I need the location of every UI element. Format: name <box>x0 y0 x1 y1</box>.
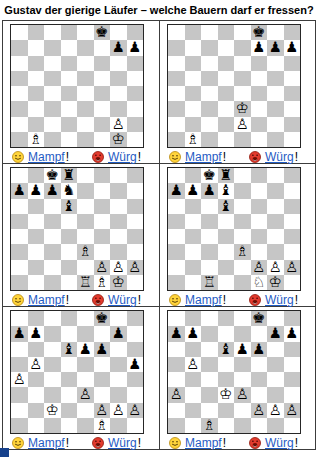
white-piece-b: ♗ <box>79 244 92 259</box>
mampf-label: Mampf <box>28 293 65 307</box>
square-e6 <box>77 199 94 214</box>
square-d1 <box>218 132 235 147</box>
square-a1 <box>168 275 185 290</box>
black-piece-p: ♟ <box>29 326 42 341</box>
square-e8 <box>77 311 94 326</box>
square-g8 <box>110 168 127 183</box>
white-piece-p: ♙ <box>29 356 42 371</box>
square-g6 <box>110 199 127 214</box>
square-c3 <box>201 387 218 402</box>
square-b7 <box>28 40 45 55</box>
square-a7: ♟ <box>168 326 185 341</box>
black-piece-k: ♚ <box>252 25 265 40</box>
square-h8 <box>284 168 301 183</box>
square-d6 <box>61 56 78 71</box>
square-d2 <box>61 260 78 275</box>
square-b3 <box>28 387 45 402</box>
square-d5 <box>218 71 235 86</box>
square-f7 <box>94 40 111 55</box>
wuerg-option[interactable]: Würg! <box>92 150 141 164</box>
black-piece-p: ♟ <box>252 40 265 55</box>
square-f6 <box>251 56 268 71</box>
square-d5 <box>61 214 78 229</box>
square-f6 <box>94 56 111 71</box>
square-f5 <box>251 214 268 229</box>
square-e1 <box>77 418 94 433</box>
square-f1: ♗ <box>94 418 111 433</box>
square-h1 <box>284 275 301 290</box>
square-c2 <box>44 117 61 132</box>
square-f3 <box>94 101 111 116</box>
square-e3: ♗ <box>234 244 251 259</box>
square-c5 <box>44 214 61 229</box>
white-piece-b: ♗ <box>186 131 199 146</box>
square-e1 <box>77 132 94 147</box>
square-c1 <box>201 132 218 147</box>
gag-face-icon <box>249 151 261 163</box>
wuerg-label: Würg <box>108 150 137 164</box>
square-e1: ♖ <box>77 275 94 290</box>
square-f2 <box>94 117 111 132</box>
square-b3 <box>185 101 202 116</box>
square-c5 <box>201 214 218 229</box>
square-d1 <box>61 132 78 147</box>
white-piece-r: ♖ <box>203 274 216 289</box>
square-h3 <box>284 101 301 116</box>
square-g6 <box>110 56 127 71</box>
square-a5 <box>11 71 28 86</box>
square-d6: ♝ <box>61 342 78 357</box>
square-e8 <box>234 168 251 183</box>
square-a1 <box>168 132 185 147</box>
square-c7: ♟ <box>201 183 218 198</box>
square-f5 <box>94 214 111 229</box>
square-h7 <box>127 326 144 341</box>
square-a5 <box>168 357 185 372</box>
square-d7 <box>218 40 235 55</box>
square-h8 <box>127 311 144 326</box>
square-f8: ♚ <box>94 311 111 326</box>
square-c6 <box>44 56 61 71</box>
wuerg-label: Würg <box>108 436 137 450</box>
square-h5: ♟ <box>127 357 144 372</box>
square-b7: ♟ <box>28 183 45 198</box>
square-d2 <box>61 403 78 418</box>
square-c4 <box>201 86 218 101</box>
square-b4 <box>185 229 202 244</box>
mampf-option[interactable]: Mampf! <box>169 436 226 450</box>
square-f6 <box>94 199 111 214</box>
square-h1 <box>127 275 144 290</box>
mampf-option[interactable]: Mampf! <box>12 293 69 307</box>
square-d5 <box>218 214 235 229</box>
square-e1 <box>234 418 251 433</box>
square-a3: ♙ <box>168 387 185 402</box>
square-a7 <box>11 40 28 55</box>
white-piece-p: ♙ <box>236 387 249 402</box>
square-c4 <box>44 229 61 244</box>
answer-row: Mampf! Würg! <box>160 292 315 307</box>
square-e6 <box>77 56 94 71</box>
puzzle-cell-3: ♚♜♟♟♟♞♝♗♙♙♙♖♗♔ Mampf! Würg! <box>3 164 160 307</box>
square-e5 <box>234 71 251 86</box>
square-b6 <box>28 199 45 214</box>
square-d2 <box>218 403 235 418</box>
square-c3 <box>44 101 61 116</box>
square-d3 <box>61 244 78 259</box>
square-a8 <box>11 25 28 40</box>
white-piece-p: ♙ <box>252 402 265 417</box>
square-e5 <box>77 357 94 372</box>
square-e8 <box>234 311 251 326</box>
square-e8 <box>77 25 94 40</box>
square-e6: ♟ <box>77 342 94 357</box>
square-f5 <box>251 357 268 372</box>
square-f1 <box>251 132 268 147</box>
square-f5 <box>94 357 111 372</box>
puzzle-cell-4: ♚♜♟♟♟♝♝♗♙♙♙♖♘♔ Mampf! Würg! <box>160 164 316 307</box>
square-d3 <box>218 244 235 259</box>
square-h1 <box>127 132 144 147</box>
square-b7: ♟ <box>185 326 202 341</box>
black-piece-r: ♜ <box>219 168 232 183</box>
square-e2 <box>234 403 251 418</box>
square-h1 <box>284 418 301 433</box>
white-piece-p: ♙ <box>236 116 249 131</box>
square-d7 <box>61 40 78 55</box>
square-a2 <box>168 117 185 132</box>
square-h7: ♟ <box>127 40 144 55</box>
smiley-face-icon <box>169 294 181 306</box>
square-h2: ♙ <box>284 403 301 418</box>
black-piece-b: ♝ <box>219 341 232 356</box>
square-b1 <box>28 275 45 290</box>
white-piece-r: ♖ <box>79 274 92 289</box>
square-e6: ♟ <box>234 342 251 357</box>
mampf-option[interactable]: Mampf! <box>12 150 69 164</box>
square-a6 <box>11 342 28 357</box>
square-d3 <box>61 387 78 402</box>
square-b4 <box>185 86 202 101</box>
square-c3 <box>201 101 218 116</box>
square-f7: ♟ <box>251 40 268 55</box>
black-piece-p: ♟ <box>186 326 199 341</box>
square-b8 <box>185 25 202 40</box>
square-a4 <box>11 229 28 244</box>
square-a3 <box>168 101 185 116</box>
mampf-option[interactable]: Mampf! <box>169 293 226 307</box>
square-a1 <box>168 418 185 433</box>
square-a2 <box>11 117 28 132</box>
black-piece-p: ♟ <box>112 326 125 341</box>
square-d3 <box>61 101 78 116</box>
square-e5 <box>234 357 251 372</box>
square-g4 <box>110 229 127 244</box>
square-b5 <box>185 71 202 86</box>
wuerg-option[interactable]: Würg! <box>249 150 298 164</box>
square-h5 <box>127 71 144 86</box>
square-a2 <box>168 260 185 275</box>
square-g6 <box>110 342 127 357</box>
white-piece-k: ♔ <box>219 387 232 402</box>
puzzle-table: ♚♟♟♙♗♔ Mampf! Würg! ♚♟♟♟♔♙♗ Mampf! <box>2 20 316 450</box>
square-a6 <box>11 56 28 71</box>
square-b3 <box>185 387 202 402</box>
smiley-face-icon <box>12 294 24 306</box>
mampf-option[interactable]: Mampf! <box>12 436 69 450</box>
square-h7: ♟ <box>284 326 301 341</box>
black-piece-k: ♚ <box>95 25 108 40</box>
black-piece-r: ♜ <box>62 168 75 183</box>
square-a3 <box>11 244 28 259</box>
square-a1 <box>11 132 28 147</box>
square-c1 <box>44 418 61 433</box>
square-c6 <box>201 342 218 357</box>
square-h4 <box>127 229 144 244</box>
square-d2 <box>218 117 235 132</box>
square-f6: ♟ <box>94 342 111 357</box>
square-b5 <box>185 214 202 229</box>
gag-face-icon <box>92 437 104 449</box>
square-g5 <box>110 71 127 86</box>
square-a7: ♟ <box>11 326 28 341</box>
square-h7 <box>284 183 301 198</box>
answer-row: Mampf! Würg! <box>160 435 315 450</box>
square-e5 <box>77 214 94 229</box>
square-d1 <box>61 275 78 290</box>
square-g4 <box>267 86 284 101</box>
square-h7: ♟ <box>284 40 301 55</box>
square-d6: ♝ <box>218 342 235 357</box>
square-h8 <box>127 168 144 183</box>
square-b5 <box>28 214 45 229</box>
square-c7: ♟ <box>44 183 61 198</box>
square-d4 <box>61 372 78 387</box>
black-piece-p: ♟ <box>186 183 199 198</box>
mampf-label: Mampf <box>185 436 222 450</box>
white-piece-b: ♗ <box>203 417 216 432</box>
black-piece-p: ♟ <box>236 341 249 356</box>
square-h2: ♙ <box>127 403 144 418</box>
square-f1: ♘ <box>251 275 268 290</box>
square-f8: ♚ <box>94 25 111 40</box>
black-piece-p: ♟ <box>13 326 26 341</box>
mampf-label: Mampf <box>28 436 65 450</box>
square-c7 <box>44 40 61 55</box>
square-c6 <box>201 56 218 71</box>
square-f4 <box>251 86 268 101</box>
square-d1 <box>218 418 235 433</box>
black-piece-p: ♟ <box>170 326 183 341</box>
square-g7: ♟ <box>267 40 284 55</box>
puzzle-cell-5: ♚♟♟♟♝♟♟♙♟♙♙♔♙♙♙♗ Mampf! Würg! <box>3 307 160 450</box>
square-b5: ♙ <box>185 357 202 372</box>
white-piece-p: ♙ <box>285 259 298 274</box>
black-piece-b: ♝ <box>219 183 232 198</box>
white-piece-p: ♙ <box>269 402 282 417</box>
square-d8 <box>61 311 78 326</box>
square-g4 <box>267 229 284 244</box>
chess-board-4: ♚♜♟♟♟♝♝♗♙♙♙♖♘♔ <box>167 167 301 291</box>
mampf-option[interactable]: Mampf! <box>169 150 226 164</box>
square-h1 <box>127 418 144 433</box>
mampf-label: Mampf <box>185 293 222 307</box>
square-e3: ♙ <box>77 387 94 402</box>
white-piece-p: ♙ <box>285 402 298 417</box>
square-b1 <box>28 418 45 433</box>
square-d1 <box>218 275 235 290</box>
white-piece-p: ♙ <box>95 402 108 417</box>
square-g5 <box>267 214 284 229</box>
square-f7 <box>251 183 268 198</box>
wuerg-option[interactable]: Würg! <box>92 293 141 307</box>
square-a7: ♟ <box>168 183 185 198</box>
square-c6 <box>201 199 218 214</box>
square-f8 <box>251 168 268 183</box>
square-g7 <box>267 183 284 198</box>
square-h5 <box>284 214 301 229</box>
square-b1: ♗ <box>185 132 202 147</box>
square-b3 <box>28 101 45 116</box>
square-e2 <box>77 117 94 132</box>
square-a8 <box>168 25 185 40</box>
black-piece-p: ♟ <box>95 341 108 356</box>
square-a7 <box>168 40 185 55</box>
square-c2 <box>44 260 61 275</box>
square-d2 <box>61 117 78 132</box>
smiley-face-icon <box>169 151 181 163</box>
square-g2: ♙ <box>267 403 284 418</box>
square-a5 <box>168 71 185 86</box>
square-e8 <box>234 25 251 40</box>
square-c4 <box>44 372 61 387</box>
white-piece-p: ♙ <box>128 259 141 274</box>
square-b6 <box>185 199 202 214</box>
chess-board-3: ♚♜♟♟♟♞♝♗♙♙♙♖♗♔ <box>10 167 144 291</box>
square-f2: ♙ <box>251 403 268 418</box>
square-c4 <box>44 86 61 101</box>
answer-row: Mampf! Würg! <box>3 435 159 450</box>
square-a2 <box>11 403 28 418</box>
square-b2 <box>185 260 202 275</box>
square-e4 <box>77 86 94 101</box>
square-f6 <box>251 199 268 214</box>
answer-row: Mampf! Würg! <box>3 292 159 307</box>
black-piece-p: ♟ <box>29 183 42 198</box>
white-piece-p: ♙ <box>95 259 108 274</box>
square-g6 <box>267 199 284 214</box>
black-piece-p: ♟ <box>252 341 265 356</box>
square-g1: ♔ <box>267 275 284 290</box>
square-b7 <box>185 40 202 55</box>
square-e7 <box>77 40 94 55</box>
square-d6 <box>218 56 235 71</box>
square-d1 <box>61 418 78 433</box>
square-b7: ♟ <box>28 326 45 341</box>
smiley-face-icon <box>12 151 24 163</box>
white-piece-p: ♙ <box>186 356 199 371</box>
black-piece-p: ♟ <box>13 183 26 198</box>
square-f4 <box>94 86 111 101</box>
square-b8 <box>28 25 45 40</box>
smiley-face-icon <box>169 437 181 449</box>
square-a3 <box>11 387 28 402</box>
wuerg-option[interactable]: Würg! <box>249 293 298 307</box>
black-piece-k: ♚ <box>95 311 108 326</box>
square-h6 <box>127 199 144 214</box>
square-h4 <box>284 229 301 244</box>
square-c2: ♔ <box>44 403 61 418</box>
square-e6 <box>234 56 251 71</box>
chess-board-1: ♚♟♟♙♗♔ <box>10 24 144 148</box>
square-e6 <box>234 199 251 214</box>
square-b1 <box>185 275 202 290</box>
square-g1 <box>267 418 284 433</box>
square-g4 <box>110 86 127 101</box>
square-b4 <box>185 372 202 387</box>
square-g1 <box>267 132 284 147</box>
square-h4 <box>284 86 301 101</box>
square-h6 <box>284 56 301 71</box>
square-g2: ♙ <box>110 403 127 418</box>
square-e3: ♗ <box>77 244 94 259</box>
white-piece-p: ♙ <box>13 372 26 387</box>
square-h6 <box>127 56 144 71</box>
square-b5 <box>28 71 45 86</box>
square-c3 <box>201 244 218 259</box>
square-b1: ♗ <box>28 132 45 147</box>
square-d3: ♔ <box>218 387 235 402</box>
black-piece-p: ♟ <box>128 40 141 55</box>
wuerg-option[interactable]: Würg! <box>249 436 298 450</box>
black-piece-p: ♟ <box>170 183 183 198</box>
square-c4 <box>201 372 218 387</box>
square-h4 <box>127 372 144 387</box>
square-g2 <box>267 117 284 132</box>
square-c1: ♖ <box>201 275 218 290</box>
square-f1: ♗ <box>94 275 111 290</box>
square-h5 <box>284 357 301 372</box>
square-a5 <box>11 214 28 229</box>
square-f4 <box>94 372 111 387</box>
square-d3 <box>218 101 235 116</box>
square-a5 <box>168 214 185 229</box>
square-b6 <box>28 56 45 71</box>
square-e1 <box>234 132 251 147</box>
square-e2 <box>77 403 94 418</box>
square-d5 <box>61 357 78 372</box>
square-g1: ♔ <box>110 275 127 290</box>
square-h4 <box>284 372 301 387</box>
square-f2 <box>251 117 268 132</box>
square-c4 <box>201 229 218 244</box>
square-c1 <box>44 132 61 147</box>
square-a7: ♟ <box>11 183 28 198</box>
square-a4 <box>168 229 185 244</box>
wuerg-option[interactable]: Würg! <box>92 436 141 450</box>
square-f8 <box>94 168 111 183</box>
square-d2 <box>218 260 235 275</box>
black-piece-b: ♝ <box>62 198 75 213</box>
square-c7 <box>201 40 218 55</box>
square-g6 <box>267 56 284 71</box>
black-piece-p: ♟ <box>203 183 216 198</box>
square-c6 <box>44 342 61 357</box>
square-h2: ♙ <box>284 260 301 275</box>
square-g7: ♟ <box>110 326 127 341</box>
white-piece-n: ♘ <box>252 274 265 289</box>
square-b2 <box>185 403 202 418</box>
